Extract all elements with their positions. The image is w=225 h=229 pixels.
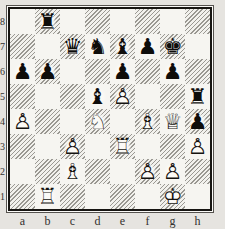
- piece-black-queen-c7[interactable]: ♛: [60, 34, 85, 59]
- square-e8[interactable]: [110, 9, 135, 34]
- board-frame: ♜♛♞♝♟♚♟♟♟♟♝♟♙♜♟♙♞♘♝♗♛♕♟♟♙♜♖♟♙♝♗♟♙♟♙♜♖♚♔: [6, 5, 214, 213]
- piece-white-rook-b1[interactable]: ♜♖: [35, 184, 60, 209]
- file-label-b: b: [35, 214, 60, 229]
- piece-black-pawn-b6[interactable]: ♟: [35, 59, 60, 84]
- square-g1[interactable]: ♚♔: [160, 184, 185, 209]
- file-labels: abcdefgh: [10, 214, 210, 229]
- square-b7[interactable]: [35, 34, 60, 59]
- piece-white-pawn-f2[interactable]: ♟♙: [135, 159, 160, 184]
- square-c3[interactable]: ♟♙: [60, 134, 85, 159]
- square-b6[interactable]: ♟: [35, 59, 60, 84]
- square-g3[interactable]: [160, 134, 185, 159]
- square-e7[interactable]: ♝: [110, 34, 135, 59]
- piece-black-pawn-a6[interactable]: ♟: [10, 59, 35, 84]
- square-d2[interactable]: [85, 159, 110, 184]
- square-d6[interactable]: [85, 59, 110, 84]
- piece-black-pawn-g6[interactable]: ♟: [160, 59, 185, 84]
- square-e5[interactable]: ♟♙: [110, 84, 135, 109]
- square-b8[interactable]: ♜: [35, 9, 60, 34]
- square-a4[interactable]: ♟♙: [10, 109, 35, 134]
- square-h2[interactable]: [185, 159, 210, 184]
- square-e1[interactable]: [110, 184, 135, 209]
- board-inner-border: ♜♛♞♝♟♚♟♟♟♟♝♟♙♜♟♙♞♘♝♗♛♕♟♟♙♜♖♟♙♝♗♟♙♟♙♜♖♚♔: [8, 7, 212, 211]
- file-label-g: g: [160, 214, 185, 229]
- square-f4[interactable]: ♝♗: [135, 109, 160, 134]
- square-d5[interactable]: ♝: [85, 84, 110, 109]
- piece-white-pawn-c3[interactable]: ♟♙: [60, 134, 85, 159]
- square-c2[interactable]: ♝♗: [60, 159, 85, 184]
- square-g5[interactable]: [160, 84, 185, 109]
- square-e4[interactable]: [110, 109, 135, 134]
- piece-white-pawn-g2[interactable]: ♟♙: [160, 159, 185, 184]
- piece-black-pawn-e6[interactable]: ♟: [110, 59, 135, 84]
- piece-white-knight-d4[interactable]: ♞♘: [85, 109, 110, 134]
- square-f1[interactable]: [135, 184, 160, 209]
- white-queen-outline-glyph: ♕: [163, 111, 183, 133]
- square-e3[interactable]: ♜♖: [110, 134, 135, 159]
- piece-black-king-g7[interactable]: ♚: [160, 34, 185, 59]
- white-rook-outline-glyph: ♖: [113, 136, 133, 158]
- chessboard[interactable]: ♜♛♞♝♟♚♟♟♟♟♝♟♙♜♟♙♞♘♝♗♛♕♟♟♙♜♖♟♙♝♗♟♙♟♙♜♖♚♔: [10, 9, 210, 209]
- piece-white-queen-g4[interactable]: ♛♕: [160, 109, 185, 134]
- white-pawn-outline-glyph: ♙: [163, 161, 183, 183]
- piece-white-pawn-e5[interactable]: ♟♙: [110, 84, 135, 109]
- white-rook-outline-glyph: ♖: [38, 186, 58, 208]
- square-a1[interactable]: [10, 184, 35, 209]
- piece-black-rook-h5[interactable]: ♜: [185, 84, 210, 109]
- piece-white-king-g1[interactable]: ♚♔: [160, 184, 185, 209]
- square-b5[interactable]: [35, 84, 60, 109]
- white-pawn-outline-glyph: ♙: [188, 136, 208, 158]
- square-g7[interactable]: ♚: [160, 34, 185, 59]
- square-f8[interactable]: [135, 9, 160, 34]
- white-pawn-outline-glyph: ♙: [63, 136, 83, 158]
- square-f7[interactable]: ♟: [135, 34, 160, 59]
- square-c8[interactable]: [60, 9, 85, 34]
- file-label-f: f: [135, 214, 160, 229]
- white-bishop-outline-glyph: ♗: [138, 111, 158, 133]
- piece-white-pawn-h3[interactable]: ♟♙: [185, 134, 210, 159]
- square-g8[interactable]: [160, 9, 185, 34]
- square-c7[interactable]: ♛: [60, 34, 85, 59]
- square-e2[interactable]: [110, 159, 135, 184]
- square-b3[interactable]: [35, 134, 60, 159]
- square-a2[interactable]: [10, 159, 35, 184]
- square-g2[interactable]: ♟♙: [160, 159, 185, 184]
- square-g4[interactable]: ♛♕: [160, 109, 185, 134]
- square-c6[interactable]: [60, 59, 85, 84]
- square-a7[interactable]: [10, 34, 35, 59]
- piece-black-pawn-h4[interactable]: ♟: [185, 109, 210, 134]
- square-c5[interactable]: [60, 84, 85, 109]
- square-d4[interactable]: ♞♘: [85, 109, 110, 134]
- square-c1[interactable]: [60, 184, 85, 209]
- white-pawn-outline-glyph: ♙: [13, 111, 33, 133]
- square-b2[interactable]: [35, 159, 60, 184]
- square-e6[interactable]: ♟: [110, 59, 135, 84]
- piece-black-pawn-f7[interactable]: ♟: [135, 34, 160, 59]
- square-g6[interactable]: ♟: [160, 59, 185, 84]
- piece-black-bishop-e7[interactable]: ♝: [110, 34, 135, 59]
- square-f2[interactable]: ♟♙: [135, 159, 160, 184]
- square-b4[interactable]: [35, 109, 60, 134]
- square-a5[interactable]: [10, 84, 35, 109]
- square-c4[interactable]: [60, 109, 85, 134]
- square-d1[interactable]: [85, 184, 110, 209]
- square-a3[interactable]: [10, 134, 35, 159]
- square-b1[interactable]: ♜♖: [35, 184, 60, 209]
- piece-white-bishop-c2[interactable]: ♝♗: [60, 159, 85, 184]
- piece-black-rook-b8[interactable]: ♜: [35, 9, 60, 34]
- piece-white-pawn-a4[interactable]: ♟♙: [10, 109, 35, 134]
- piece-white-rook-e3[interactable]: ♜♖: [110, 134, 135, 159]
- square-f3[interactable]: [135, 134, 160, 159]
- piece-black-knight-d7[interactable]: ♞: [85, 34, 110, 59]
- file-label-h: h: [185, 214, 210, 229]
- white-knight-outline-glyph: ♘: [88, 111, 108, 133]
- square-h4[interactable]: ♟: [185, 109, 210, 134]
- square-h8[interactable]: [185, 9, 210, 34]
- square-h5[interactable]: ♜: [185, 84, 210, 109]
- white-pawn-outline-glyph: ♙: [113, 86, 133, 108]
- square-a8[interactable]: [10, 9, 35, 34]
- white-pawn-outline-glyph: ♙: [138, 161, 158, 183]
- square-f6[interactable]: [135, 59, 160, 84]
- square-h6[interactable]: [185, 59, 210, 84]
- file-label-c: c: [60, 214, 85, 229]
- piece-white-bishop-f4[interactable]: ♝♗: [135, 109, 160, 134]
- square-f5[interactable]: [135, 84, 160, 109]
- white-bishop-outline-glyph: ♗: [63, 161, 83, 183]
- square-a6[interactable]: ♟: [10, 59, 35, 84]
- square-d3[interactable]: [85, 134, 110, 159]
- square-h7[interactable]: [185, 34, 210, 59]
- square-d8[interactable]: [85, 9, 110, 34]
- file-label-a: a: [10, 214, 35, 229]
- square-d7[interactable]: ♞: [85, 34, 110, 59]
- white-king-outline-glyph: ♔: [163, 186, 183, 208]
- square-h3[interactable]: ♟♙: [185, 134, 210, 159]
- square-h1[interactable]: [185, 184, 210, 209]
- piece-black-bishop-d5[interactable]: ♝: [85, 84, 110, 109]
- file-label-e: e: [110, 214, 135, 229]
- file-label-d: d: [85, 214, 110, 229]
